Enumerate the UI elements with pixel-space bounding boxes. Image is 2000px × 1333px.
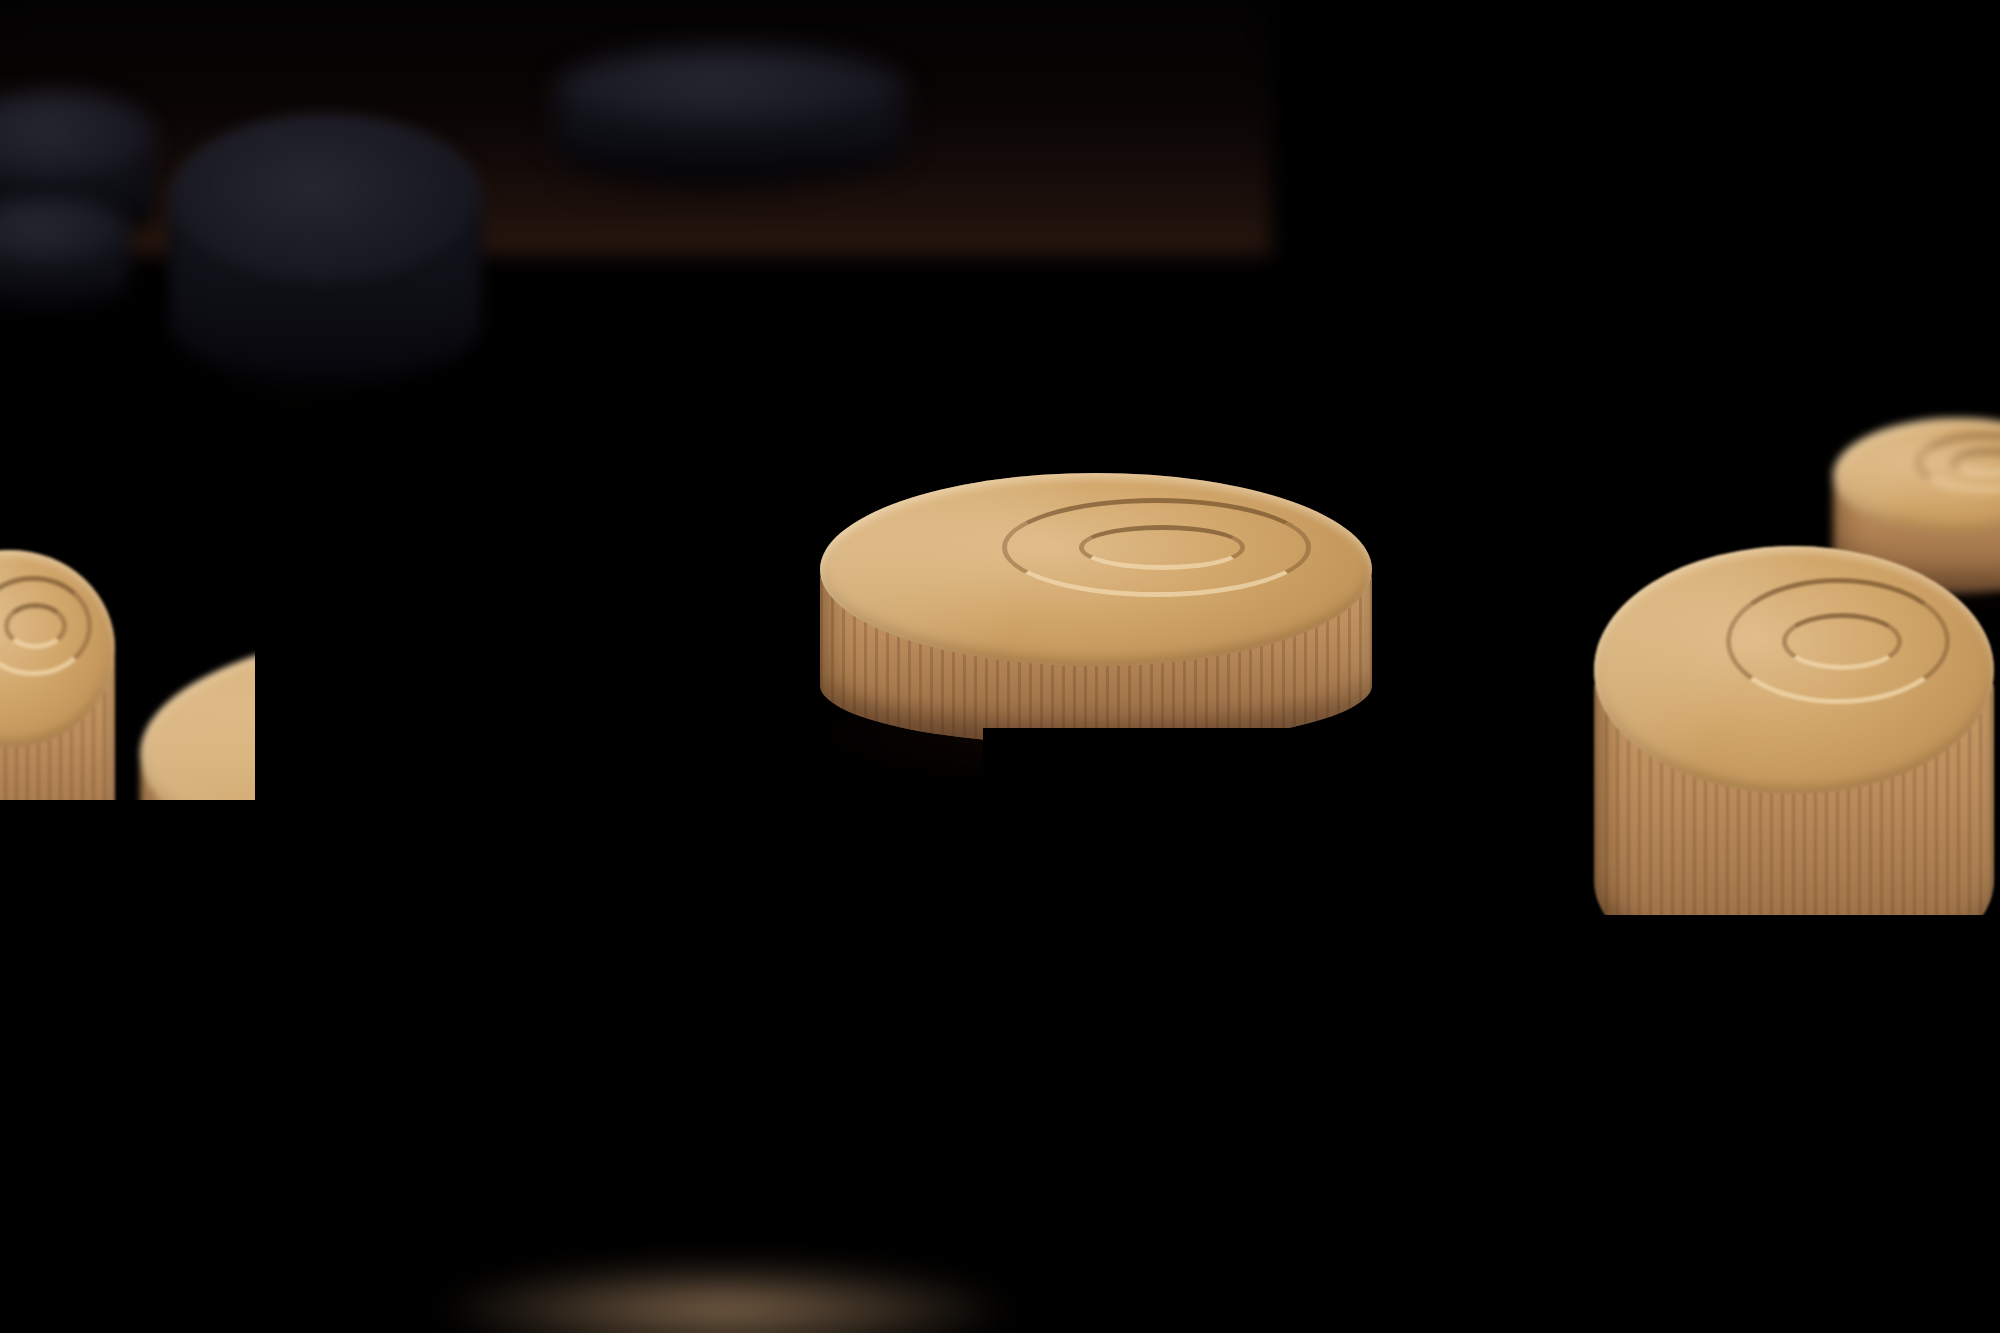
dark-checker-r1c3b[interactable] — [1065, 220, 1403, 395]
light-checker-r5c1[interactable] — [0, 550, 115, 890]
light-checker-r5c3[interactable] — [140, 626, 780, 1010]
dark-checker-r1c0[interactable] — [0, 198, 130, 313]
dark-checker-r0c7[interactable] — [1912, 55, 2000, 235]
dark-checker-r0c2[interactable] — [555, 48, 905, 183]
square-r1-c4-light[interactable] — [899, 429, 1453, 475]
checker-top-face — [555, 48, 905, 134]
checker-top-face — [140, 626, 780, 883]
checker-top-face — [820, 473, 1372, 666]
light-checker-r6c4[interactable] — [945, 826, 1793, 1333]
square-r0-c3-light[interactable] — [421, 393, 920, 429]
square-r7-c3-dark[interactable] — [0, 1227, 707, 1333]
checker-top-face — [1065, 220, 1403, 332]
checker-top-face — [168, 115, 483, 291]
dark-checker-r0c4[interactable] — [1170, 35, 1465, 173]
wood-sheen-highlight — [945, 826, 1793, 1154]
square-r1-c3-dark[interactable] — [345, 429, 911, 475]
wood-sheen-highlight — [1594, 546, 1994, 794]
checker-top-face — [1538, 105, 1913, 252]
square-r0-c5-light[interactable] — [1359, 393, 1891, 429]
wood-sheen-highlight — [140, 626, 780, 883]
square-r2-c3-light[interactable] — [246, 475, 899, 535]
light-checker-r4c4[interactable] — [820, 473, 1372, 745]
checkers-board-photo — [0, 0, 2000, 1333]
checker-top-face — [945, 826, 1793, 1154]
checker-top-face — [1594, 546, 1994, 794]
checker-top-face — [1170, 35, 1465, 123]
dark-checker-r1c5[interactable] — [1538, 105, 1913, 335]
wood-sheen-highlight — [820, 473, 1372, 666]
square-r3-c3-dark[interactable] — [112, 534, 884, 615]
dark-checker-r2c0[interactable] — [168, 115, 483, 390]
